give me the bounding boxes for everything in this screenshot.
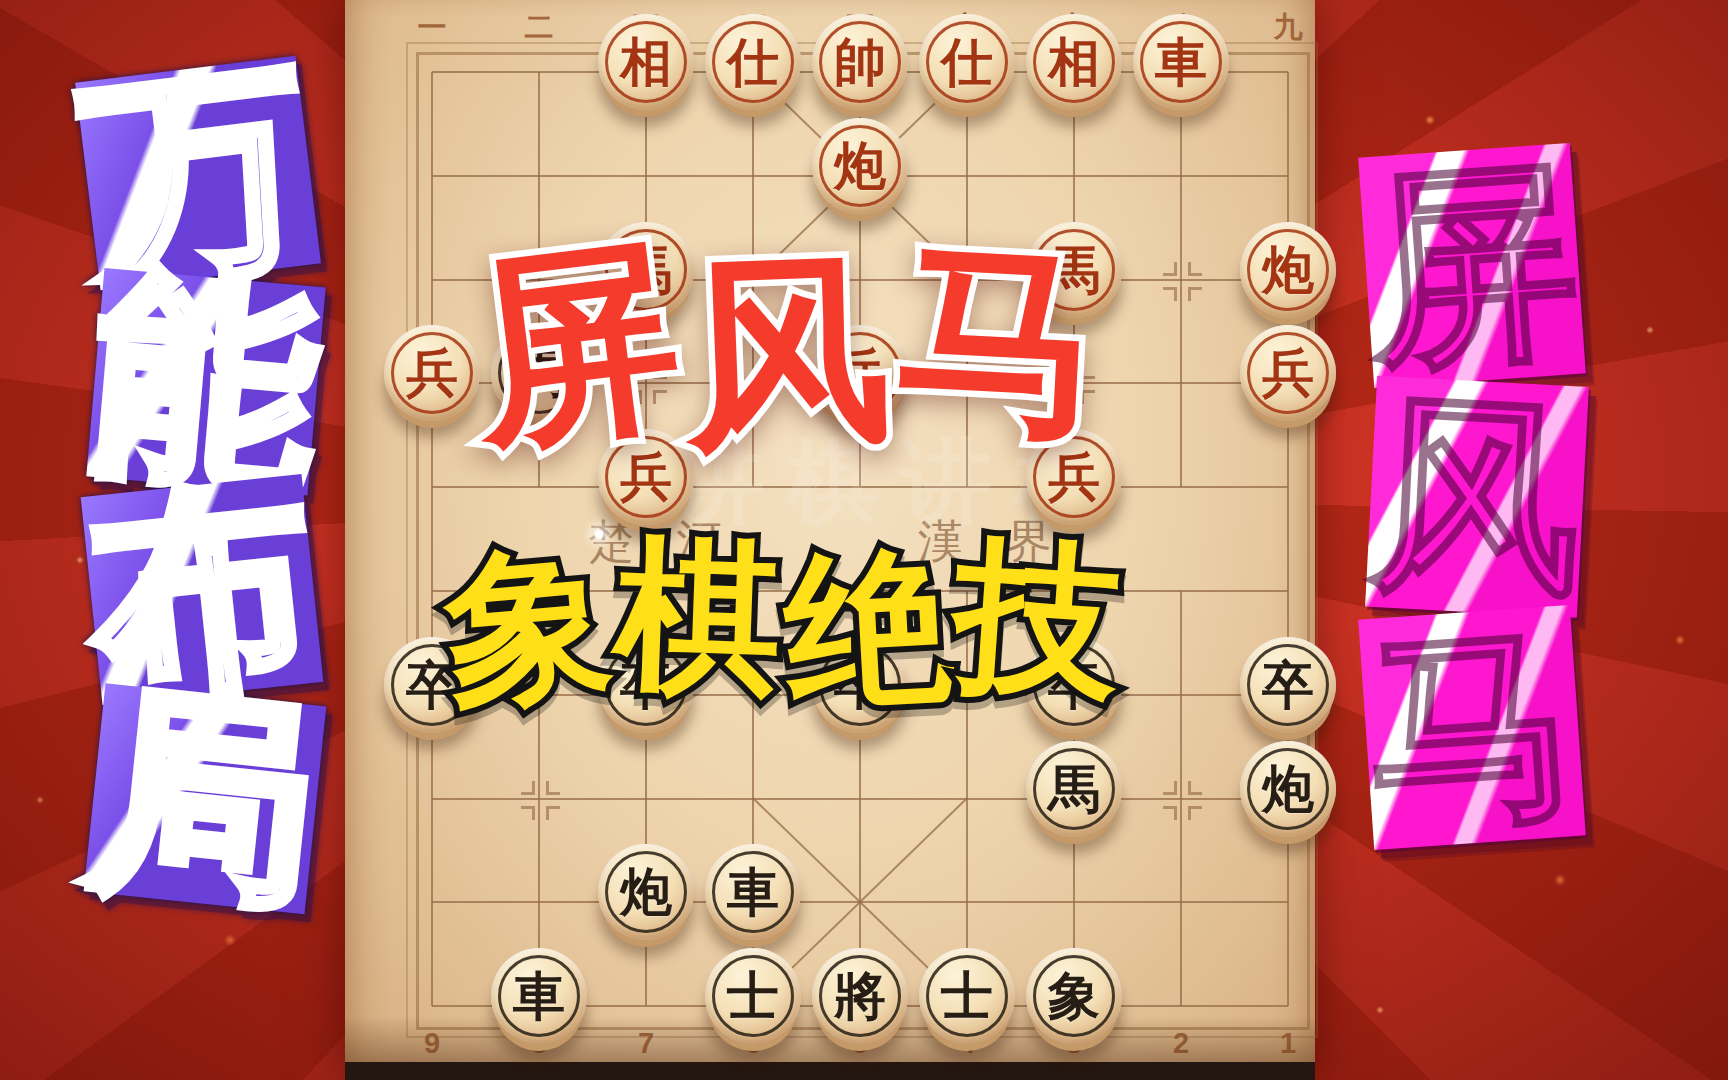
piece-black-chariot[interactable]: 車 — [705, 844, 801, 940]
piece-glyph: 將 — [834, 970, 886, 1022]
piece-red-advisor[interactable]: 仕 — [919, 14, 1015, 110]
piece-black-general[interactable]: 將 — [812, 948, 908, 1044]
piece-glyph: 仕 — [727, 36, 779, 88]
subheadline-text: 象棋绝技 — [443, 538, 1123, 704]
piece-glyph: 兵 — [1262, 347, 1314, 399]
piece-glyph: 相 — [620, 36, 672, 88]
piece-black-elephant[interactable]: 象 — [1026, 948, 1122, 1044]
right-banner-text: 屏风马 — [1322, 150, 1622, 843]
piece-red-general[interactable]: 帥 — [812, 14, 908, 110]
banner-char: 屏 — [1358, 143, 1586, 388]
board-front-edge — [345, 1062, 1315, 1080]
piece-glyph: 帥 — [834, 36, 886, 88]
file-label: 二 — [525, 8, 554, 48]
thumbnail-stage: 一二三四五六七八九987654321 楚河 漢界 讲棋讲棋 相仕帥仕相車炮馬馬炮… — [0, 0, 1728, 1080]
banner-char: 局 — [84, 683, 327, 914]
piece-glyph: 仕 — [941, 36, 993, 88]
piece-glyph: 士 — [727, 970, 779, 1022]
banner-char: 棋 — [612, 531, 784, 703]
banner-char: 绝 — [781, 542, 955, 716]
piece-red-elephant[interactable]: 相 — [1026, 14, 1122, 110]
banner-char: 屏 — [461, 230, 691, 460]
left-banner-text: 万能布局 — [52, 68, 352, 903]
piece-glyph: 炮 — [1262, 763, 1314, 815]
piece-glyph: 兵 — [620, 451, 672, 503]
piece-glyph: 炮 — [834, 140, 886, 192]
file-label: 九 — [1274, 8, 1303, 48]
piece-black-cannon[interactable]: 炮 — [598, 844, 694, 940]
piece-glyph: 車 — [727, 866, 779, 918]
banner-char: 马 — [1358, 605, 1586, 850]
piece-glyph: 兵 — [406, 347, 458, 399]
piece-glyph: 車 — [513, 970, 565, 1022]
file-label: 一 — [418, 8, 447, 48]
banner-char: 风 — [1365, 376, 1589, 618]
banner-char: 技 — [950, 530, 1127, 707]
piece-red-chariot[interactable]: 車 — [1133, 14, 1229, 110]
piece-glyph: 炮 — [620, 866, 672, 918]
piece-glyph: 馬 — [1048, 763, 1100, 815]
piece-glyph: 炮 — [1262, 244, 1314, 296]
banner-char: 马 — [891, 233, 1107, 449]
banner-char: 象 — [439, 537, 619, 717]
piece-red-elephant[interactable]: 相 — [598, 14, 694, 110]
banner-char: 风 — [681, 246, 894, 459]
piece-red-soldier[interactable]: 兵 — [384, 325, 480, 421]
piece-black-horse[interactable]: 馬 — [1026, 741, 1122, 837]
piece-black-advisor[interactable]: 士 — [919, 948, 1015, 1044]
piece-glyph: 士 — [941, 970, 993, 1022]
piece-black-chariot[interactable]: 車 — [491, 948, 587, 1044]
piece-red-advisor[interactable]: 仕 — [705, 14, 801, 110]
piece-red-cannon[interactable]: 炮 — [812, 118, 908, 214]
piece-black-advisor[interactable]: 士 — [705, 948, 801, 1044]
headline-text: 屏风马 — [469, 238, 1105, 444]
piece-glyph: 象 — [1048, 970, 1100, 1022]
piece-glyph: 車 — [1155, 36, 1207, 88]
piece-glyph: 卒 — [1262, 659, 1314, 711]
piece-glyph: 相 — [1048, 36, 1100, 88]
